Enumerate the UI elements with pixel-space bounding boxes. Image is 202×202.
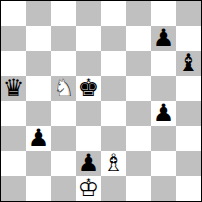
square-b1[interactable] [26, 176, 51, 201]
square-d2[interactable]: ♟ [76, 151, 101, 176]
square-c1[interactable] [51, 176, 76, 201]
square-f3[interactable] [126, 126, 151, 151]
square-h2[interactable] [176, 151, 201, 176]
white-bishop-icon: ♗ [101, 151, 126, 176]
square-f8[interactable] [126, 1, 151, 26]
square-a8[interactable] [1, 1, 26, 26]
square-g6[interactable] [151, 51, 176, 76]
square-f5[interactable] [126, 76, 151, 101]
piece-black-pawn[interactable]: ♟ [26, 126, 51, 151]
square-b7[interactable] [26, 26, 51, 51]
square-b6[interactable] [26, 51, 51, 76]
white-knight-icon: ♘ [51, 76, 76, 101]
square-a2[interactable] [1, 151, 26, 176]
square-d5[interactable]: ♚ [76, 76, 101, 101]
piece-black-pawn[interactable]: ♟ [76, 151, 101, 176]
square-h4[interactable] [176, 101, 201, 126]
chess-diagram: ♟♝♛♞♘♚♟♟♟♝♗♚♔ [0, 0, 202, 202]
square-c8[interactable] [51, 1, 76, 26]
square-g3[interactable] [151, 126, 176, 151]
square-g7[interactable]: ♟ [151, 26, 176, 51]
square-h1[interactable] [176, 176, 201, 201]
white-king-icon: ♔ [76, 176, 101, 201]
square-h5[interactable] [176, 76, 201, 101]
square-d6[interactable] [76, 51, 101, 76]
piece-black-pawn[interactable]: ♟ [151, 26, 176, 51]
square-c6[interactable] [51, 51, 76, 76]
square-a5[interactable]: ♛ [1, 76, 26, 101]
piece-black-pawn[interactable]: ♟ [151, 101, 176, 126]
piece-white-king[interactable]: ♚♔ [76, 176, 101, 201]
piece-black-bishop[interactable]: ♝ [176, 51, 201, 76]
square-b8[interactable] [26, 1, 51, 26]
square-a1[interactable] [1, 176, 26, 201]
square-c2[interactable] [51, 151, 76, 176]
square-f1[interactable] [126, 176, 151, 201]
piece-black-queen[interactable]: ♛ [1, 76, 26, 101]
square-e8[interactable] [101, 1, 126, 26]
square-b4[interactable] [26, 101, 51, 126]
square-e7[interactable] [101, 26, 126, 51]
square-d7[interactable] [76, 26, 101, 51]
chess-board: ♟♝♛♞♘♚♟♟♟♝♗♚♔ [0, 0, 202, 202]
square-g2[interactable] [151, 151, 176, 176]
square-e3[interactable] [101, 126, 126, 151]
square-e1[interactable] [101, 176, 126, 201]
square-f2[interactable] [126, 151, 151, 176]
square-a7[interactable] [1, 26, 26, 51]
square-a4[interactable] [1, 101, 26, 126]
square-e5[interactable] [101, 76, 126, 101]
square-b5[interactable] [26, 76, 51, 101]
square-f4[interactable] [126, 101, 151, 126]
square-d1[interactable]: ♚♔ [76, 176, 101, 201]
piece-white-bishop[interactable]: ♝♗ [101, 151, 126, 176]
square-f7[interactable] [126, 26, 151, 51]
square-g8[interactable] [151, 1, 176, 26]
square-h7[interactable] [176, 26, 201, 51]
square-f6[interactable] [126, 51, 151, 76]
square-d4[interactable] [76, 101, 101, 126]
square-c5[interactable]: ♞♘ [51, 76, 76, 101]
piece-black-king[interactable]: ♚ [76, 76, 101, 101]
square-h6[interactable]: ♝ [176, 51, 201, 76]
square-c4[interactable] [51, 101, 76, 126]
square-g4[interactable]: ♟ [151, 101, 176, 126]
square-h8[interactable] [176, 1, 201, 26]
piece-white-knight[interactable]: ♞♘ [51, 76, 76, 101]
square-e4[interactable] [101, 101, 126, 126]
square-g5[interactable] [151, 76, 176, 101]
square-b3[interactable]: ♟ [26, 126, 51, 151]
square-h3[interactable] [176, 126, 201, 151]
square-c3[interactable] [51, 126, 76, 151]
square-e2[interactable]: ♝♗ [101, 151, 126, 176]
square-a3[interactable] [1, 126, 26, 151]
square-a6[interactable] [1, 51, 26, 76]
square-g1[interactable] [151, 176, 176, 201]
square-b2[interactable] [26, 151, 51, 176]
square-c7[interactable] [51, 26, 76, 51]
square-d3[interactable] [76, 126, 101, 151]
square-d8[interactable] [76, 1, 101, 26]
square-e6[interactable] [101, 51, 126, 76]
